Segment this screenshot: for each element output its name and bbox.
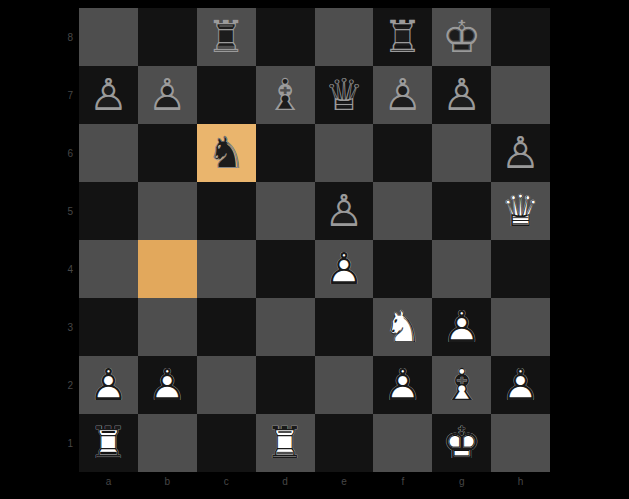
square-f8[interactable]: ♜♖ bbox=[373, 8, 432, 66]
chess-board-background: 87654321 ♜♖♜♖♚♔♟♙♟♙♝♗♛♕♟♙♟♙♞♘♟♙♟♙♛♕♟♙♞♘♟… bbox=[0, 0, 629, 499]
square-g2[interactable]: ♝♗ bbox=[432, 356, 491, 414]
square-b3[interactable] bbox=[138, 298, 197, 356]
white-rook-a1[interactable]: ♜♖ bbox=[79, 414, 138, 472]
square-b7[interactable]: ♟♙ bbox=[138, 66, 197, 124]
square-d2[interactable] bbox=[256, 356, 315, 414]
square-e7[interactable]: ♛♕ bbox=[315, 66, 374, 124]
file-label-b: b bbox=[138, 473, 197, 489]
pawn-outline-icon: ♙ bbox=[491, 356, 550, 414]
black-pawn-h6[interactable]: ♟♙ bbox=[491, 124, 550, 182]
white-pawn-f2[interactable]: ♟♙ bbox=[373, 356, 432, 414]
rank-labels: 87654321 bbox=[0, 8, 76, 472]
square-f6[interactable] bbox=[373, 124, 432, 182]
square-e2[interactable] bbox=[315, 356, 374, 414]
queen-outline-icon: ♕ bbox=[315, 66, 374, 124]
knight-outline-icon: ♘ bbox=[373, 298, 432, 356]
rank-label-7: 7 bbox=[0, 66, 76, 124]
bishop-outline-icon: ♗ bbox=[432, 356, 491, 414]
black-pawn-b7[interactable]: ♟♙ bbox=[138, 66, 197, 124]
square-c1[interactable] bbox=[197, 414, 256, 472]
pawn-outline-icon: ♙ bbox=[138, 356, 197, 414]
square-g3[interactable]: ♟♙ bbox=[432, 298, 491, 356]
square-d8[interactable] bbox=[256, 8, 315, 66]
square-c5[interactable] bbox=[197, 182, 256, 240]
square-d4[interactable] bbox=[256, 240, 315, 298]
square-h7[interactable] bbox=[491, 66, 550, 124]
square-b5[interactable] bbox=[138, 182, 197, 240]
file-label-h: h bbox=[491, 473, 550, 489]
square-e4[interactable]: ♟♙ bbox=[315, 240, 374, 298]
king-outline-icon: ♔ bbox=[432, 8, 491, 66]
black-pawn-e5[interactable]: ♟♙ bbox=[315, 182, 374, 240]
square-g6[interactable] bbox=[432, 124, 491, 182]
square-g1[interactable]: ♚♔ bbox=[432, 414, 491, 472]
pawn-outline-icon: ♙ bbox=[79, 66, 138, 124]
pawn-outline-icon: ♙ bbox=[491, 124, 550, 182]
square-a6[interactable] bbox=[79, 124, 138, 182]
file-label-f: f bbox=[373, 473, 432, 489]
bishop-outline-icon: ♗ bbox=[256, 66, 315, 124]
square-c2[interactable] bbox=[197, 356, 256, 414]
square-g7[interactable]: ♟♙ bbox=[432, 66, 491, 124]
pawn-outline-icon: ♙ bbox=[432, 298, 491, 356]
square-e1[interactable] bbox=[315, 414, 374, 472]
file-label-a: a bbox=[79, 473, 138, 489]
square-e3[interactable] bbox=[315, 298, 374, 356]
square-d1[interactable]: ♜♖ bbox=[256, 414, 315, 472]
white-bishop-g2[interactable]: ♝♗ bbox=[432, 356, 491, 414]
white-queen-h5[interactable]: ♛♕ bbox=[491, 182, 550, 240]
square-b1[interactable] bbox=[138, 414, 197, 472]
square-d3[interactable] bbox=[256, 298, 315, 356]
square-a3[interactable] bbox=[79, 298, 138, 356]
rank-label-3: 3 bbox=[0, 298, 76, 356]
square-a5[interactable] bbox=[79, 182, 138, 240]
king-outline-icon: ♔ bbox=[432, 414, 491, 472]
square-g4[interactable] bbox=[432, 240, 491, 298]
square-f4[interactable] bbox=[373, 240, 432, 298]
black-pawn-f7[interactable]: ♟♙ bbox=[373, 66, 432, 124]
queen-outline-icon: ♕ bbox=[491, 182, 550, 240]
square-h3[interactable] bbox=[491, 298, 550, 356]
square-b6[interactable] bbox=[138, 124, 197, 182]
rook-outline-icon: ♖ bbox=[197, 8, 256, 66]
black-pawn-a7[interactable]: ♟♙ bbox=[79, 66, 138, 124]
file-label-g: g bbox=[432, 473, 491, 489]
black-pawn-g7[interactable]: ♟♙ bbox=[432, 66, 491, 124]
square-c4[interactable] bbox=[197, 240, 256, 298]
white-pawn-e4[interactable]: ♟♙ bbox=[315, 240, 374, 298]
black-queen-e7[interactable]: ♛♕ bbox=[315, 66, 374, 124]
square-h4[interactable] bbox=[491, 240, 550, 298]
square-f1[interactable] bbox=[373, 414, 432, 472]
square-d5[interactable] bbox=[256, 182, 315, 240]
pawn-outline-icon: ♙ bbox=[373, 356, 432, 414]
square-a1[interactable]: ♜♖ bbox=[79, 414, 138, 472]
rank-label-4: 4 bbox=[0, 240, 76, 298]
pawn-outline-icon: ♙ bbox=[79, 356, 138, 414]
file-label-d: d bbox=[256, 473, 315, 489]
square-c8[interactable]: ♜♖ bbox=[197, 8, 256, 66]
square-c3[interactable] bbox=[197, 298, 256, 356]
white-king-g1[interactable]: ♚♔ bbox=[432, 414, 491, 472]
square-b2[interactable]: ♟♙ bbox=[138, 356, 197, 414]
rook-outline-icon: ♖ bbox=[256, 414, 315, 472]
rank-label-6: 6 bbox=[0, 124, 76, 182]
square-h2[interactable]: ♟♙ bbox=[491, 356, 550, 414]
pawn-outline-icon: ♙ bbox=[138, 66, 197, 124]
pawn-outline-icon: ♙ bbox=[432, 66, 491, 124]
chess-board[interactable]: ♜♖♜♖♚♔♟♙♟♙♝♗♛♕♟♙♟♙♞♘♟♙♟♙♛♕♟♙♞♘♟♙♟♙♟♙♟♙♝♗… bbox=[79, 8, 550, 472]
white-pawn-g3[interactable]: ♟♙ bbox=[432, 298, 491, 356]
square-h6[interactable]: ♟♙ bbox=[491, 124, 550, 182]
rank-label-8: 8 bbox=[0, 8, 76, 66]
square-f3[interactable]: ♞♘ bbox=[373, 298, 432, 356]
white-pawn-h2[interactable]: ♟♙ bbox=[491, 356, 550, 414]
square-d7[interactable]: ♝♗ bbox=[256, 66, 315, 124]
rank-label-5: 5 bbox=[0, 182, 76, 240]
square-a2[interactable]: ♟♙ bbox=[79, 356, 138, 414]
square-a4[interactable] bbox=[79, 240, 138, 298]
rank-label-2: 2 bbox=[0, 356, 76, 414]
square-f2[interactable]: ♟♙ bbox=[373, 356, 432, 414]
square-c7[interactable] bbox=[197, 66, 256, 124]
black-bishop-d7[interactable]: ♝♗ bbox=[256, 66, 315, 124]
rook-outline-icon: ♖ bbox=[373, 8, 432, 66]
pawn-outline-icon: ♙ bbox=[315, 240, 374, 298]
square-a8[interactable] bbox=[79, 8, 138, 66]
white-pawn-a2[interactable]: ♟♙ bbox=[79, 356, 138, 414]
black-knight-c6[interactable]: ♞♘ bbox=[197, 124, 256, 182]
square-b4[interactable] bbox=[138, 240, 197, 298]
knight-outline-icon: ♘ bbox=[197, 124, 256, 182]
white-knight-f3[interactable]: ♞♘ bbox=[373, 298, 432, 356]
file-label-e: e bbox=[315, 473, 374, 489]
square-e8[interactable] bbox=[315, 8, 374, 66]
file-label-c: c bbox=[197, 473, 256, 489]
square-e6[interactable] bbox=[315, 124, 374, 182]
black-rook-c8[interactable]: ♜♖ bbox=[197, 8, 256, 66]
square-h1[interactable] bbox=[491, 414, 550, 472]
black-king-g8[interactable]: ♚♔ bbox=[432, 8, 491, 66]
square-g8[interactable]: ♚♔ bbox=[432, 8, 491, 66]
square-h8[interactable] bbox=[491, 8, 550, 66]
white-rook-d1[interactable]: ♜♖ bbox=[256, 414, 315, 472]
black-rook-f8[interactable]: ♜♖ bbox=[373, 8, 432, 66]
square-e5[interactable]: ♟♙ bbox=[315, 182, 374, 240]
file-labels: abcdefgh bbox=[79, 473, 550, 489]
white-pawn-b2[interactable]: ♟♙ bbox=[138, 356, 197, 414]
square-c6[interactable]: ♞♘ bbox=[197, 124, 256, 182]
square-f5[interactable] bbox=[373, 182, 432, 240]
pawn-outline-icon: ♙ bbox=[373, 66, 432, 124]
square-h5[interactable]: ♛♕ bbox=[491, 182, 550, 240]
square-g5[interactable] bbox=[432, 182, 491, 240]
square-f7[interactable]: ♟♙ bbox=[373, 66, 432, 124]
rank-label-1: 1 bbox=[0, 414, 76, 472]
square-a7[interactable]: ♟♙ bbox=[79, 66, 138, 124]
square-b8[interactable] bbox=[138, 8, 197, 66]
square-d6[interactable] bbox=[256, 124, 315, 182]
rook-outline-icon: ♖ bbox=[79, 414, 138, 472]
pawn-outline-icon: ♙ bbox=[315, 182, 374, 240]
